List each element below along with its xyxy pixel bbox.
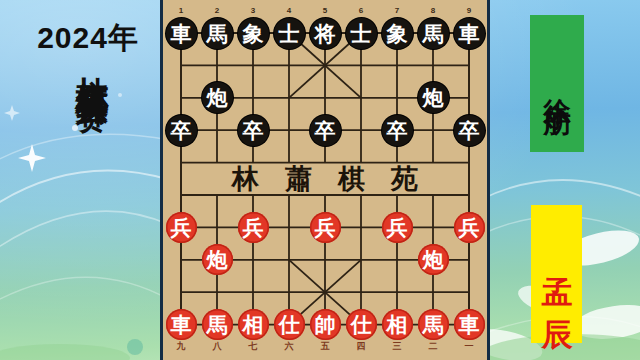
piece-red-f7-r10[interactable]: 相 [382,309,413,340]
piece-black-f3-r1[interactable]: 象 [238,18,269,49]
piece-black-f7-r1[interactable]: 象 [382,18,413,49]
file-label-top: 8 [431,6,435,15]
piece-black-f9-r4[interactable]: 卒 [454,115,485,146]
piece-black-f7-r4[interactable]: 卒 [382,115,413,146]
player-top-name: 徐小舫 [539,76,575,91]
piece-red-f5-r7[interactable]: 兵 [310,212,341,243]
piece-red-f9-r7[interactable]: 兵 [454,212,485,243]
piece-red-f6-r10[interactable]: 仕 [346,309,377,340]
piece-red-f3-r10[interactable]: 相 [238,309,269,340]
file-label-top: 3 [251,6,255,15]
piece-red-f5-r10[interactable]: 帥 [310,309,341,340]
piece-black-f9-r1[interactable]: 車 [454,18,485,49]
player-top-panel: 徐小舫 [530,15,584,152]
piece-red-f7-r7[interactable]: 兵 [382,212,413,243]
player-bottom-panel: 孟辰 [531,205,582,343]
river-text-char: 蕭 [285,161,312,197]
piece-red-f2-r8[interactable]: 炮 [202,244,233,275]
player-bottom-name: 孟辰 [536,252,578,340]
file-label-top: 6 [359,6,363,15]
file-label-top: 4 [287,6,291,15]
file-label-bottom: 四 [357,340,366,353]
piece-black-f3-r4[interactable]: 卒 [238,115,269,146]
piece-black-f8-r1[interactable]: 馬 [418,18,449,49]
piece-black-f6-r1[interactable]: 士 [346,18,377,49]
piece-black-f8-r3[interactable]: 炮 [418,82,449,113]
file-label-bottom: 五 [321,340,330,353]
river-text-char: 棋 [338,161,365,197]
file-label-bottom: 三 [393,340,402,353]
piece-black-f4-r1[interactable]: 士 [274,18,305,49]
piece-red-f9-r10[interactable]: 車 [454,309,485,340]
app-window: 2024年 杜康杯象棋公开赛 林蕭棋苑 123456789九八七六五四三二一 車… [0,0,640,360]
river-text-char: 苑 [391,161,418,197]
piece-red-f1-r10[interactable]: 車 [166,309,197,340]
piece-red-f2-r10[interactable]: 馬 [202,309,233,340]
piece-black-f2-r1[interactable]: 馬 [202,18,233,49]
river-text-char: 林 [232,161,259,197]
file-label-bottom: 七 [249,340,258,353]
piece-red-f8-r8[interactable]: 炮 [418,244,449,275]
file-label-bottom: 八 [213,340,222,353]
piece-black-f5-r1[interactable]: 将 [310,18,341,49]
piece-red-f8-r10[interactable]: 馬 [418,309,449,340]
file-label-top: 9 [467,6,471,15]
piece-black-f5-r4[interactable]: 卒 [310,115,341,146]
file-label-bottom: 六 [285,340,294,353]
file-label-top: 2 [215,6,219,15]
file-label-top: 7 [395,6,399,15]
xiangqi-board[interactable]: 林蕭棋苑 123456789九八七六五四三二一 車馬象士将士象馬車炮炮卒卒卒卒卒… [160,0,490,360]
file-label-bottom: 一 [465,340,474,353]
file-label-top: 1 [179,6,183,15]
piece-red-f4-r10[interactable]: 仕 [274,309,305,340]
river-label: 林蕭棋苑 [163,164,487,194]
file-label-bottom: 九 [177,340,186,353]
piece-red-f1-r7[interactable]: 兵 [166,212,197,243]
event-name-vertical-label: 杜康杯象棋公开赛 [70,50,114,360]
piece-red-f3-r7[interactable]: 兵 [238,212,269,243]
file-label-top: 5 [323,6,327,15]
piece-black-f2-r3[interactable]: 炮 [202,82,233,113]
piece-black-f1-r1[interactable]: 車 [166,18,197,49]
piece-black-f1-r4[interactable]: 卒 [166,115,197,146]
file-label-bottom: 二 [429,340,438,353]
